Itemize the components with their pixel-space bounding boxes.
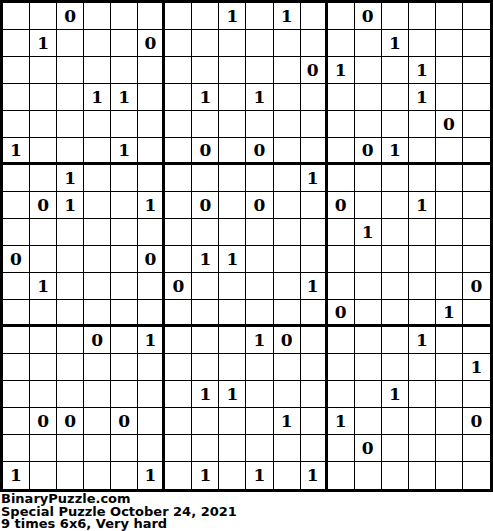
cell-r2c2-given-1: 1 bbox=[30, 30, 57, 57]
cell-r12c18-empty[interactable] bbox=[463, 300, 490, 327]
cell-r11c5-empty[interactable] bbox=[111, 273, 138, 300]
cell-r11c4-empty[interactable] bbox=[84, 273, 111, 300]
cell-r6c9-empty[interactable] bbox=[219, 138, 246, 165]
cell-r1c2-empty[interactable] bbox=[30, 3, 57, 30]
cell-r18c6-given-1: 1 bbox=[138, 462, 165, 489]
cell-r11c13-empty[interactable] bbox=[328, 273, 355, 300]
cell-r3c5-empty[interactable] bbox=[111, 57, 138, 84]
cell-r15c2-empty[interactable] bbox=[30, 381, 57, 408]
cell-r1c10-empty[interactable] bbox=[246, 3, 273, 30]
cell-r3c16-given-1: 1 bbox=[409, 57, 436, 84]
cell-r9c2-empty[interactable] bbox=[30, 219, 57, 246]
cell-r14c5-empty[interactable] bbox=[111, 354, 138, 381]
cell-r7c13-empty[interactable] bbox=[328, 165, 355, 192]
cell-r9c6-empty[interactable] bbox=[138, 219, 165, 246]
cell-r5c1-empty[interactable] bbox=[3, 111, 30, 138]
cell-r13c10-given-1: 1 bbox=[246, 327, 273, 354]
cell-r4c13-empty[interactable] bbox=[328, 84, 355, 111]
cell-r9c15-empty[interactable] bbox=[382, 219, 409, 246]
cell-r2c18-empty[interactable] bbox=[463, 30, 490, 57]
cell-r12c6-empty[interactable] bbox=[138, 300, 165, 327]
cell-r14c17-empty[interactable] bbox=[436, 354, 463, 381]
cell-r1c13-empty[interactable] bbox=[328, 3, 355, 30]
cell-r15c12-empty[interactable] bbox=[301, 381, 328, 408]
cell-r17c8-empty[interactable] bbox=[192, 435, 219, 462]
cell-r10c12-empty[interactable] bbox=[301, 246, 328, 273]
cell-r7c14-empty[interactable] bbox=[355, 165, 382, 192]
cell-r18c2-empty[interactable] bbox=[30, 462, 57, 489]
cell-r15c11-empty[interactable] bbox=[274, 381, 301, 408]
cell-r1c7-empty[interactable] bbox=[165, 3, 192, 30]
cell-r6c11-empty[interactable] bbox=[274, 138, 301, 165]
cell-r16c10-empty[interactable] bbox=[246, 408, 273, 435]
cell-r10c18-empty[interactable] bbox=[463, 246, 490, 273]
cell-r4c16-given-1: 1 bbox=[409, 84, 436, 111]
cell-r16c2-given-0: 0 bbox=[30, 408, 57, 435]
cell-r12c1-empty[interactable] bbox=[3, 300, 30, 327]
cell-r5c6-empty[interactable] bbox=[138, 111, 165, 138]
cell-r7c17-empty[interactable] bbox=[436, 165, 463, 192]
cell-r8c10-given-0: 0 bbox=[246, 192, 273, 219]
cell-r12c14-empty[interactable] bbox=[355, 300, 382, 327]
cell-r12c3-empty[interactable] bbox=[57, 300, 84, 327]
cell-r18c17-empty[interactable] bbox=[436, 462, 463, 489]
cell-r4c9-empty[interactable] bbox=[219, 84, 246, 111]
cell-r5c14-empty[interactable] bbox=[355, 111, 382, 138]
cell-r5c18-empty[interactable] bbox=[463, 111, 490, 138]
cell-r16c13-given-1: 1 bbox=[328, 408, 355, 435]
cell-r6c14-given-0: 0 bbox=[355, 138, 382, 165]
cell-r13c18-empty[interactable] bbox=[463, 327, 490, 354]
cell-r14c4-empty[interactable] bbox=[84, 354, 111, 381]
cell-r15c9-given-1: 1 bbox=[219, 381, 246, 408]
cell-r18c3-empty[interactable] bbox=[57, 462, 84, 489]
cell-r16c16-empty[interactable] bbox=[409, 408, 436, 435]
cell-r8c1-empty[interactable] bbox=[3, 192, 30, 219]
cell-r18c7-empty[interactable] bbox=[165, 462, 192, 489]
cell-r17c2-empty[interactable] bbox=[30, 435, 57, 462]
cell-r1c12-empty[interactable] bbox=[301, 3, 328, 30]
cell-r9c10-empty[interactable] bbox=[246, 219, 273, 246]
cell-r6c8-given-0: 0 bbox=[192, 138, 219, 165]
cell-r2c3-empty[interactable] bbox=[57, 30, 84, 57]
cell-r13c9-empty[interactable] bbox=[219, 327, 246, 354]
cell-r4c6-empty[interactable] bbox=[138, 84, 165, 111]
cell-r6c5-given-1: 1 bbox=[111, 138, 138, 165]
cell-r4c1-empty[interactable] bbox=[3, 84, 30, 111]
cell-r7c11-empty[interactable] bbox=[274, 165, 301, 192]
cell-r5c5-empty[interactable] bbox=[111, 111, 138, 138]
cell-r11c16-empty[interactable] bbox=[409, 273, 436, 300]
cell-r13c12-empty[interactable] bbox=[301, 327, 328, 354]
cell-r15c13-empty[interactable] bbox=[328, 381, 355, 408]
cell-r9c13-empty[interactable] bbox=[328, 219, 355, 246]
cell-r13c16-given-1: 1 bbox=[409, 327, 436, 354]
cell-r3c12-given-0: 0 bbox=[301, 57, 328, 84]
cell-r15c7-empty[interactable] bbox=[165, 381, 192, 408]
cell-r10c17-empty[interactable] bbox=[436, 246, 463, 273]
cell-r5c2-empty[interactable] bbox=[30, 111, 57, 138]
cell-r17c15-empty[interactable] bbox=[382, 435, 409, 462]
cell-r5c8-empty[interactable] bbox=[192, 111, 219, 138]
cell-r7c16-empty[interactable] bbox=[409, 165, 436, 192]
cell-r7c6-empty[interactable] bbox=[138, 165, 165, 192]
cell-r16c17-empty[interactable] bbox=[436, 408, 463, 435]
cell-r14c14-empty[interactable] bbox=[355, 354, 382, 381]
cell-r8c17-empty[interactable] bbox=[436, 192, 463, 219]
cell-r4c3-empty[interactable] bbox=[57, 84, 84, 111]
cell-r17c16-empty[interactable] bbox=[409, 435, 436, 462]
cell-r11c14-empty[interactable] bbox=[355, 273, 382, 300]
cell-r10c15-empty[interactable] bbox=[382, 246, 409, 273]
cell-r11c17-empty[interactable] bbox=[436, 273, 463, 300]
cell-r2c7-empty[interactable] bbox=[165, 30, 192, 57]
cell-r16c14-empty[interactable] bbox=[355, 408, 382, 435]
cell-r15c6-empty[interactable] bbox=[138, 381, 165, 408]
cell-r13c5-empty[interactable] bbox=[111, 327, 138, 354]
cell-r2c16-empty[interactable] bbox=[409, 30, 436, 57]
cell-r4c17-empty[interactable] bbox=[436, 84, 463, 111]
cell-r16c8-empty[interactable] bbox=[192, 408, 219, 435]
cell-r14c7-empty[interactable] bbox=[165, 354, 192, 381]
cell-r10c6-given-0: 0 bbox=[138, 246, 165, 273]
cell-r8c6-given-1: 1 bbox=[138, 192, 165, 219]
cell-r12c17-given-1: 1 bbox=[436, 300, 463, 327]
cell-r7c1-empty[interactable] bbox=[3, 165, 30, 192]
cell-r14c16-empty[interactable] bbox=[409, 354, 436, 381]
cell-r14c6-empty[interactable] bbox=[138, 354, 165, 381]
cell-r3c9-empty[interactable] bbox=[219, 57, 246, 84]
cell-r16c15-empty[interactable] bbox=[382, 408, 409, 435]
cell-r7c9-empty[interactable] bbox=[219, 165, 246, 192]
cell-r8c4-empty[interactable] bbox=[84, 192, 111, 219]
cell-r10c11-empty[interactable] bbox=[274, 246, 301, 273]
cell-r8c9-empty[interactable] bbox=[219, 192, 246, 219]
page: 0110101011111110110001110110001100111010… bbox=[0, 0, 493, 531]
cell-r17c11-empty[interactable] bbox=[274, 435, 301, 462]
cell-r17c17-empty[interactable] bbox=[436, 435, 463, 462]
cell-r10c7-empty[interactable] bbox=[165, 246, 192, 273]
cell-r18c8-given-1: 1 bbox=[192, 462, 219, 489]
cell-r18c4-empty[interactable] bbox=[84, 462, 111, 489]
cell-r17c14-given-0: 0 bbox=[355, 435, 382, 462]
cell-r17c3-empty[interactable] bbox=[57, 435, 84, 462]
cell-r16c3-given-0: 0 bbox=[57, 408, 84, 435]
cell-r12c13-given-0: 0 bbox=[328, 300, 355, 327]
cell-r18c9-empty[interactable] bbox=[219, 462, 246, 489]
cell-r12c8-empty[interactable] bbox=[192, 300, 219, 327]
cell-r14c15-empty[interactable] bbox=[382, 354, 409, 381]
cell-r18c14-empty[interactable] bbox=[355, 462, 382, 489]
cell-r2c17-empty[interactable] bbox=[436, 30, 463, 57]
cell-r1c1-empty[interactable] bbox=[3, 3, 30, 30]
cell-r3c15-empty[interactable] bbox=[382, 57, 409, 84]
cell-r5c10-empty[interactable] bbox=[246, 111, 273, 138]
cell-r5c12-empty[interactable] bbox=[301, 111, 328, 138]
cell-r3c17-empty[interactable] bbox=[436, 57, 463, 84]
cell-r7c4-empty[interactable] bbox=[84, 165, 111, 192]
cell-r11c11-empty[interactable] bbox=[274, 273, 301, 300]
cell-r1c5-empty[interactable] bbox=[111, 3, 138, 30]
cell-r4c12-empty[interactable] bbox=[301, 84, 328, 111]
cell-r15c4-empty[interactable] bbox=[84, 381, 111, 408]
cell-r3c7-empty[interactable] bbox=[165, 57, 192, 84]
cell-r4c5-given-1: 1 bbox=[111, 84, 138, 111]
cell-r2c11-empty[interactable] bbox=[274, 30, 301, 57]
cell-r5c13-empty[interactable] bbox=[328, 111, 355, 138]
cell-r9c11-empty[interactable] bbox=[274, 219, 301, 246]
cell-r6c17-empty[interactable] bbox=[436, 138, 463, 165]
cell-r9c5-empty[interactable] bbox=[111, 219, 138, 246]
cell-r12c15-empty[interactable] bbox=[382, 300, 409, 327]
cell-r12c7-empty[interactable] bbox=[165, 300, 192, 327]
cell-r2c13-empty[interactable] bbox=[328, 30, 355, 57]
cell-r5c3-empty[interactable] bbox=[57, 111, 84, 138]
cell-r4c15-empty[interactable] bbox=[382, 84, 409, 111]
cell-r3c1-empty[interactable] bbox=[3, 57, 30, 84]
cell-r17c13-empty[interactable] bbox=[328, 435, 355, 462]
cell-r4c8-given-1: 1 bbox=[192, 84, 219, 111]
cell-r7c10-empty[interactable] bbox=[246, 165, 273, 192]
cell-r17c10-empty[interactable] bbox=[246, 435, 273, 462]
cell-r7c5-empty[interactable] bbox=[111, 165, 138, 192]
cell-r10c13-empty[interactable] bbox=[328, 246, 355, 273]
cell-r4c11-empty[interactable] bbox=[274, 84, 301, 111]
cell-r11c10-empty[interactable] bbox=[246, 273, 273, 300]
cell-r9c18-empty[interactable] bbox=[463, 219, 490, 246]
cell-r11c18-given-0: 0 bbox=[463, 273, 490, 300]
cell-r17c1-empty[interactable] bbox=[3, 435, 30, 462]
cell-r11c2-given-1: 1 bbox=[30, 273, 57, 300]
cell-r8c7-empty[interactable] bbox=[165, 192, 192, 219]
cell-r9c8-empty[interactable] bbox=[192, 219, 219, 246]
cell-r16c5-given-0: 0 bbox=[111, 408, 138, 435]
cell-r16c12-empty[interactable] bbox=[301, 408, 328, 435]
cell-r8c14-empty[interactable] bbox=[355, 192, 382, 219]
cell-r10c10-empty[interactable] bbox=[246, 246, 273, 273]
cell-r13c14-empty[interactable] bbox=[355, 327, 382, 354]
cell-r17c12-empty[interactable] bbox=[301, 435, 328, 462]
cell-r7c18-empty[interactable] bbox=[463, 165, 490, 192]
cell-r4c7-empty[interactable] bbox=[165, 84, 192, 111]
cell-r9c17-empty[interactable] bbox=[436, 219, 463, 246]
cell-r3c2-empty[interactable] bbox=[30, 57, 57, 84]
cell-r13c17-empty[interactable] bbox=[436, 327, 463, 354]
cell-r6c4-empty[interactable] bbox=[84, 138, 111, 165]
cell-r7c15-empty[interactable] bbox=[382, 165, 409, 192]
cell-r18c5-empty[interactable] bbox=[111, 462, 138, 489]
cell-r13c1-empty[interactable] bbox=[3, 327, 30, 354]
cell-r18c13-empty[interactable] bbox=[328, 462, 355, 489]
cell-r8c16-given-1: 1 bbox=[409, 192, 436, 219]
puzzle-difficulty: 9 times 6x6, Very hard bbox=[1, 518, 493, 531]
cell-r11c6-empty[interactable] bbox=[138, 273, 165, 300]
cell-r9c12-empty[interactable] bbox=[301, 219, 328, 246]
cell-r11c8-empty[interactable] bbox=[192, 273, 219, 300]
cell-r5c7-empty[interactable] bbox=[165, 111, 192, 138]
cell-r2c5-empty[interactable] bbox=[111, 30, 138, 57]
cell-r12c4-empty[interactable] bbox=[84, 300, 111, 327]
cell-r8c18-empty[interactable] bbox=[463, 192, 490, 219]
cell-r11c1-empty[interactable] bbox=[3, 273, 30, 300]
cell-r13c15-empty[interactable] bbox=[382, 327, 409, 354]
cell-r6c6-empty[interactable] bbox=[138, 138, 165, 165]
cell-r9c3-empty[interactable] bbox=[57, 219, 84, 246]
cell-r3c13-given-1: 1 bbox=[328, 57, 355, 84]
cell-r6c7-empty[interactable] bbox=[165, 138, 192, 165]
cell-r14c10-empty[interactable] bbox=[246, 354, 273, 381]
cell-r10c16-empty[interactable] bbox=[409, 246, 436, 273]
cell-r6c16-empty[interactable] bbox=[409, 138, 436, 165]
cell-r10c2-empty[interactable] bbox=[30, 246, 57, 273]
cell-r12c2-empty[interactable] bbox=[30, 300, 57, 327]
cell-r15c5-empty[interactable] bbox=[111, 381, 138, 408]
cell-r1c8-empty[interactable] bbox=[192, 3, 219, 30]
cell-r14c12-empty[interactable] bbox=[301, 354, 328, 381]
cell-r5c11-empty[interactable] bbox=[274, 111, 301, 138]
cell-r9c16-empty[interactable] bbox=[409, 219, 436, 246]
cell-r17c9-empty[interactable] bbox=[219, 435, 246, 462]
cell-r12c9-empty[interactable] bbox=[219, 300, 246, 327]
cell-r1c15-empty[interactable] bbox=[382, 3, 409, 30]
cell-r6c13-empty[interactable] bbox=[328, 138, 355, 165]
cell-r13c13-empty[interactable] bbox=[328, 327, 355, 354]
cell-r9c9-empty[interactable] bbox=[219, 219, 246, 246]
cell-r4c2-empty[interactable] bbox=[30, 84, 57, 111]
cell-r2c14-empty[interactable] bbox=[355, 30, 382, 57]
cell-r8c12-empty[interactable] bbox=[301, 192, 328, 219]
cell-r3c18-empty[interactable] bbox=[463, 57, 490, 84]
cell-r1c16-empty[interactable] bbox=[409, 3, 436, 30]
cell-r6c3-empty[interactable] bbox=[57, 138, 84, 165]
cell-r18c18-empty[interactable] bbox=[463, 462, 490, 489]
cell-r10c8-given-1: 1 bbox=[192, 246, 219, 273]
cell-r3c8-empty[interactable] bbox=[192, 57, 219, 84]
cell-r2c8-empty[interactable] bbox=[192, 30, 219, 57]
cell-r14c13-empty[interactable] bbox=[328, 354, 355, 381]
cell-r7c2-empty[interactable] bbox=[30, 165, 57, 192]
cell-r17c7-empty[interactable] bbox=[165, 435, 192, 462]
cell-r15c17-empty[interactable] bbox=[436, 381, 463, 408]
cell-r9c14-given-1: 1 bbox=[355, 219, 382, 246]
cell-r16c4-empty[interactable] bbox=[84, 408, 111, 435]
cell-r1c18-empty[interactable] bbox=[463, 3, 490, 30]
cell-r15c3-empty[interactable] bbox=[57, 381, 84, 408]
cell-r2c1-empty[interactable] bbox=[3, 30, 30, 57]
cell-r12c12-empty[interactable] bbox=[301, 300, 328, 327]
cell-r2c9-empty[interactable] bbox=[219, 30, 246, 57]
cell-r5c17-given-0: 0 bbox=[436, 111, 463, 138]
cell-r15c18-empty[interactable] bbox=[463, 381, 490, 408]
cell-r12c5-empty[interactable] bbox=[111, 300, 138, 327]
cell-r11c15-empty[interactable] bbox=[382, 273, 409, 300]
cell-r4c14-empty[interactable] bbox=[355, 84, 382, 111]
cell-r13c2-empty[interactable] bbox=[30, 327, 57, 354]
cell-r9c1-empty[interactable] bbox=[3, 219, 30, 246]
cell-r17c5-empty[interactable] bbox=[111, 435, 138, 462]
cell-r2c4-empty[interactable] bbox=[84, 30, 111, 57]
cell-r16c9-empty[interactable] bbox=[219, 408, 246, 435]
cell-r14c11-empty[interactable] bbox=[274, 354, 301, 381]
cell-r15c15-given-1: 1 bbox=[382, 381, 409, 408]
cell-r3c10-empty[interactable] bbox=[246, 57, 273, 84]
caption: BinaryPuzzle.com Special Puzzle October … bbox=[0, 492, 493, 531]
cell-r16c7-empty[interactable] bbox=[165, 408, 192, 435]
cell-r15c1-empty[interactable] bbox=[3, 381, 30, 408]
cell-r5c4-empty[interactable] bbox=[84, 111, 111, 138]
cell-r14c1-empty[interactable] bbox=[3, 354, 30, 381]
cell-r1c6-empty[interactable] bbox=[138, 3, 165, 30]
cell-r1c17-empty[interactable] bbox=[436, 3, 463, 30]
cell-r18c11-empty[interactable] bbox=[274, 462, 301, 489]
cell-r8c11-empty[interactable] bbox=[274, 192, 301, 219]
cell-r9c4-empty[interactable] bbox=[84, 219, 111, 246]
cell-r6c2-empty[interactable] bbox=[30, 138, 57, 165]
cell-r5c9-empty[interactable] bbox=[219, 111, 246, 138]
cell-r13c7-empty[interactable] bbox=[165, 327, 192, 354]
cell-r8c8-given-0: 0 bbox=[192, 192, 219, 219]
cell-r8c15-empty[interactable] bbox=[382, 192, 409, 219]
cell-r15c10-empty[interactable] bbox=[246, 381, 273, 408]
cell-r18c16-empty[interactable] bbox=[409, 462, 436, 489]
cell-r15c14-empty[interactable] bbox=[355, 381, 382, 408]
cell-r15c16-empty[interactable] bbox=[409, 381, 436, 408]
cell-r12c11-empty[interactable] bbox=[274, 300, 301, 327]
cell-r3c6-empty[interactable] bbox=[138, 57, 165, 84]
cell-r7c7-empty[interactable] bbox=[165, 165, 192, 192]
cell-r14c2-empty[interactable] bbox=[30, 354, 57, 381]
cell-r17c4-empty[interactable] bbox=[84, 435, 111, 462]
cell-r10c5-empty[interactable] bbox=[111, 246, 138, 273]
cell-r1c9-given-1: 1 bbox=[219, 3, 246, 30]
cell-r2c10-empty[interactable] bbox=[246, 30, 273, 57]
cell-r11c3-empty[interactable] bbox=[57, 273, 84, 300]
cell-r8c5-empty[interactable] bbox=[111, 192, 138, 219]
cell-r11c9-empty[interactable] bbox=[219, 273, 246, 300]
cell-r1c4-empty[interactable] bbox=[84, 3, 111, 30]
cell-r6c12-empty[interactable] bbox=[301, 138, 328, 165]
cell-r3c14-empty[interactable] bbox=[355, 57, 382, 84]
cell-r14c9-empty[interactable] bbox=[219, 354, 246, 381]
cell-r3c3-empty[interactable] bbox=[57, 57, 84, 84]
cell-r17c6-empty[interactable] bbox=[138, 435, 165, 462]
cell-r10c4-empty[interactable] bbox=[84, 246, 111, 273]
cell-r12c16-empty[interactable] bbox=[409, 300, 436, 327]
cell-r13c11-given-0: 0 bbox=[274, 327, 301, 354]
cell-r2c12-empty[interactable] bbox=[301, 30, 328, 57]
cell-r5c15-empty[interactable] bbox=[382, 111, 409, 138]
cell-r13c8-empty[interactable] bbox=[192, 327, 219, 354]
cell-r9c7-empty[interactable] bbox=[165, 219, 192, 246]
cell-r14c3-empty[interactable] bbox=[57, 354, 84, 381]
cell-r18c15-empty[interactable] bbox=[382, 462, 409, 489]
cell-r3c11-empty[interactable] bbox=[274, 57, 301, 84]
cell-r14c8-empty[interactable] bbox=[192, 354, 219, 381]
cell-r13c3-empty[interactable] bbox=[57, 327, 84, 354]
cell-r16c1-empty[interactable] bbox=[3, 408, 30, 435]
cell-r17c18-empty[interactable] bbox=[463, 435, 490, 462]
cell-r12c10-empty[interactable] bbox=[246, 300, 273, 327]
cell-r7c8-empty[interactable] bbox=[192, 165, 219, 192]
cell-r16c6-empty[interactable] bbox=[138, 408, 165, 435]
cell-r4c18-empty[interactable] bbox=[463, 84, 490, 111]
cell-r10c14-empty[interactable] bbox=[355, 246, 382, 273]
cell-r10c3-empty[interactable] bbox=[57, 246, 84, 273]
cell-r6c18-empty[interactable] bbox=[463, 138, 490, 165]
cell-r3c4-empty[interactable] bbox=[84, 57, 111, 84]
cell-r15c8-given-1: 1 bbox=[192, 381, 219, 408]
cell-r5c16-empty[interactable] bbox=[409, 111, 436, 138]
